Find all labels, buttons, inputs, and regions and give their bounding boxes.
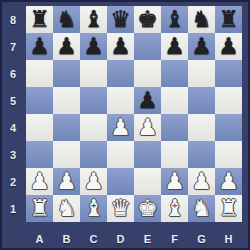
square-a6[interactable] — [26, 60, 53, 87]
piece-white-pawn[interactable]: ♟ — [110, 114, 131, 141]
piece-white-pawn[interactable]: ♟ — [83, 168, 104, 195]
piece-white-rook[interactable]: ♜ — [29, 195, 50, 222]
piece-white-knight[interactable]: ♞ — [191, 195, 212, 222]
square-c2[interactable]: ♟ — [80, 168, 107, 195]
square-h7[interactable]: ♟ — [215, 33, 242, 60]
square-h3[interactable] — [215, 141, 242, 168]
file-label-d: D — [107, 222, 134, 250]
piece-white-pawn[interactable]: ♟ — [56, 168, 77, 195]
file-label-c: C — [80, 222, 107, 250]
square-c3[interactable] — [80, 141, 107, 168]
square-g5[interactable] — [188, 87, 215, 114]
square-h1[interactable]: ♜ — [215, 195, 242, 222]
file-label-h: H — [215, 222, 242, 250]
square-d3[interactable] — [107, 141, 134, 168]
square-e5[interactable]: ♟ — [134, 87, 161, 114]
square-e3[interactable] — [134, 141, 161, 168]
square-b8[interactable]: ♞ — [53, 6, 80, 33]
file-label-g: G — [188, 222, 215, 250]
square-g1[interactable]: ♞ — [188, 195, 215, 222]
square-e4[interactable]: ♟ — [134, 114, 161, 141]
square-a3[interactable] — [26, 141, 53, 168]
piece-black-knight[interactable]: ♞ — [191, 6, 212, 33]
square-g7[interactable]: ♟ — [188, 33, 215, 60]
square-g2[interactable]: ♟ — [188, 168, 215, 195]
rank-label-5: 5 — [0, 87, 26, 114]
square-c5[interactable] — [80, 87, 107, 114]
square-a7[interactable]: ♟ — [26, 33, 53, 60]
rank-label-4: 4 — [0, 114, 26, 141]
square-f8[interactable]: ♝ — [161, 6, 188, 33]
piece-white-queen[interactable]: ♛ — [110, 195, 131, 222]
square-e7[interactable] — [134, 33, 161, 60]
square-a5[interactable] — [26, 87, 53, 114]
square-a1[interactable]: ♜ — [26, 195, 53, 222]
chess-board-widget: 87654321 ♜♞♝♛♚♝♞♜♟♟♟♟♟♟♟♟♟♟♟♟♟♟♟♟♜♞♝♛♚♝♞… — [0, 0, 250, 250]
square-h6[interactable] — [215, 60, 242, 87]
square-g4[interactable] — [188, 114, 215, 141]
square-h5[interactable] — [215, 87, 242, 114]
file-label-f: F — [161, 222, 188, 250]
piece-black-bishop[interactable]: ♝ — [164, 6, 185, 33]
piece-white-knight[interactable]: ♞ — [56, 195, 77, 222]
piece-black-king[interactable]: ♚ — [137, 6, 158, 33]
file-label-b: B — [53, 222, 80, 250]
piece-black-pawn[interactable]: ♟ — [110, 33, 131, 60]
piece-black-rook[interactable]: ♜ — [218, 6, 239, 33]
square-h4[interactable] — [215, 114, 242, 141]
chess-board: ♜♞♝♛♚♝♞♜♟♟♟♟♟♟♟♟♟♟♟♟♟♟♟♟♜♞♝♛♚♝♞♜ — [26, 6, 242, 222]
piece-black-pawn[interactable]: ♟ — [191, 33, 212, 60]
piece-white-bishop[interactable]: ♝ — [83, 195, 104, 222]
square-b2[interactable]: ♟ — [53, 168, 80, 195]
rank-label-2: 2 — [0, 168, 26, 195]
piece-white-pawn[interactable]: ♟ — [29, 168, 50, 195]
square-e1[interactable]: ♚ — [134, 195, 161, 222]
square-b5[interactable] — [53, 87, 80, 114]
piece-white-pawn[interactable]: ♟ — [137, 114, 158, 141]
square-e8[interactable]: ♚ — [134, 6, 161, 33]
square-d8[interactable]: ♛ — [107, 6, 134, 33]
square-f1[interactable]: ♝ — [161, 195, 188, 222]
square-a8[interactable]: ♜ — [26, 6, 53, 33]
rank-label-3: 3 — [0, 141, 26, 168]
square-f5[interactable] — [161, 87, 188, 114]
file-labels: ABCDEFGH — [26, 222, 242, 250]
square-d1[interactable]: ♛ — [107, 195, 134, 222]
square-g3[interactable] — [188, 141, 215, 168]
square-b6[interactable] — [53, 60, 80, 87]
square-c4[interactable] — [80, 114, 107, 141]
rank-label-7: 7 — [0, 33, 26, 60]
rank-labels: 87654321 — [0, 6, 26, 222]
piece-black-pawn[interactable]: ♟ — [218, 33, 239, 60]
square-f2[interactable]: ♟ — [161, 168, 188, 195]
square-b4[interactable] — [53, 114, 80, 141]
square-b3[interactable] — [53, 141, 80, 168]
square-g6[interactable] — [188, 60, 215, 87]
square-f3[interactable] — [161, 141, 188, 168]
square-h8[interactable]: ♜ — [215, 6, 242, 33]
piece-black-knight[interactable]: ♞ — [56, 6, 77, 33]
square-d5[interactable] — [107, 87, 134, 114]
square-d4[interactable]: ♟ — [107, 114, 134, 141]
square-c6[interactable] — [80, 60, 107, 87]
square-e6[interactable] — [134, 60, 161, 87]
piece-black-pawn[interactable]: ♟ — [56, 33, 77, 60]
square-h2[interactable]: ♟ — [215, 168, 242, 195]
square-f4[interactable] — [161, 114, 188, 141]
square-f7[interactable]: ♟ — [161, 33, 188, 60]
square-f6[interactable] — [161, 60, 188, 87]
rank-label-6: 6 — [0, 60, 26, 87]
square-c1[interactable]: ♝ — [80, 195, 107, 222]
square-a4[interactable] — [26, 114, 53, 141]
rank-label-1: 1 — [0, 195, 26, 222]
square-a2[interactable]: ♟ — [26, 168, 53, 195]
piece-black-bishop[interactable]: ♝ — [83, 6, 104, 33]
piece-black-pawn[interactable]: ♟ — [137, 87, 158, 114]
file-label-a: A — [26, 222, 53, 250]
square-c7[interactable]: ♟ — [80, 33, 107, 60]
piece-white-rook[interactable]: ♜ — [218, 195, 239, 222]
piece-black-pawn[interactable]: ♟ — [29, 33, 50, 60]
square-b7[interactable]: ♟ — [53, 33, 80, 60]
square-g8[interactable]: ♞ — [188, 6, 215, 33]
square-c8[interactable]: ♝ — [80, 6, 107, 33]
square-d2[interactable] — [107, 168, 134, 195]
piece-white-pawn[interactable]: ♟ — [191, 168, 212, 195]
piece-white-bishop[interactable]: ♝ — [164, 195, 185, 222]
piece-white-pawn[interactable]: ♟ — [218, 168, 239, 195]
piece-black-queen[interactable]: ♛ — [110, 6, 131, 33]
rank-label-8: 8 — [0, 6, 26, 33]
square-d7[interactable]: ♟ — [107, 33, 134, 60]
square-d6[interactable] — [107, 60, 134, 87]
piece-black-rook[interactable]: ♜ — [29, 6, 50, 33]
square-b1[interactable]: ♞ — [53, 195, 80, 222]
piece-white-pawn[interactable]: ♟ — [164, 168, 185, 195]
square-e2[interactable] — [134, 168, 161, 195]
file-label-e: E — [134, 222, 161, 250]
piece-black-pawn[interactable]: ♟ — [83, 33, 104, 60]
piece-black-pawn[interactable]: ♟ — [164, 33, 185, 60]
piece-white-king[interactable]: ♚ — [137, 195, 158, 222]
